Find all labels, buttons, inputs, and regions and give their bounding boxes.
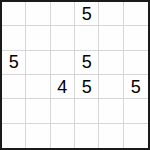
- cell-r4c5[interactable]: [124, 99, 148, 123]
- cell-r0c0[interactable]: [2, 2, 26, 26]
- cell-r2c2[interactable]: [51, 51, 75, 75]
- cell-r0c1[interactable]: [26, 2, 50, 26]
- cell-r5c2[interactable]: [51, 124, 75, 148]
- cell-r3c4[interactable]: [99, 75, 123, 99]
- cell-r4c1[interactable]: [26, 99, 50, 123]
- cell-r1c2[interactable]: [51, 26, 75, 50]
- cell-r0c4[interactable]: [99, 2, 123, 26]
- clue-cell-r3c3: 5: [75, 75, 99, 99]
- cell-r1c1[interactable]: [26, 26, 50, 50]
- cell-r5c5[interactable]: [124, 124, 148, 148]
- cell-r4c2[interactable]: [51, 99, 75, 123]
- cell-r2c1[interactable]: [26, 51, 50, 75]
- cell-r0c2[interactable]: [51, 2, 75, 26]
- clue-cell-r0c3: 5: [75, 2, 99, 26]
- cell-r4c4[interactable]: [99, 99, 123, 123]
- clue-cell-r2c0: 5: [2, 51, 26, 75]
- clue-cell-r3c2: 4: [51, 75, 75, 99]
- cell-r3c1[interactable]: [26, 75, 50, 99]
- clue-cell-r2c3: 5: [75, 51, 99, 75]
- cell-r1c4[interactable]: [99, 26, 123, 50]
- cell-r1c5[interactable]: [124, 26, 148, 50]
- cell-r4c3[interactable]: [75, 99, 99, 123]
- cell-r5c0[interactable]: [2, 124, 26, 148]
- cell-r2c4[interactable]: [99, 51, 123, 75]
- cell-r0c5[interactable]: [124, 2, 148, 26]
- cell-r5c1[interactable]: [26, 124, 50, 148]
- cell-r4c0[interactable]: [2, 99, 26, 123]
- cell-r1c0[interactable]: [2, 26, 26, 50]
- puzzle-board: 555455: [0, 0, 150, 150]
- cell-r3c0[interactable]: [2, 75, 26, 99]
- clue-cell-r3c5: 5: [124, 75, 148, 99]
- cell-r1c3[interactable]: [75, 26, 99, 50]
- cell-r5c3[interactable]: [75, 124, 99, 148]
- cell-r5c4[interactable]: [99, 124, 123, 148]
- cell-r2c5[interactable]: [124, 51, 148, 75]
